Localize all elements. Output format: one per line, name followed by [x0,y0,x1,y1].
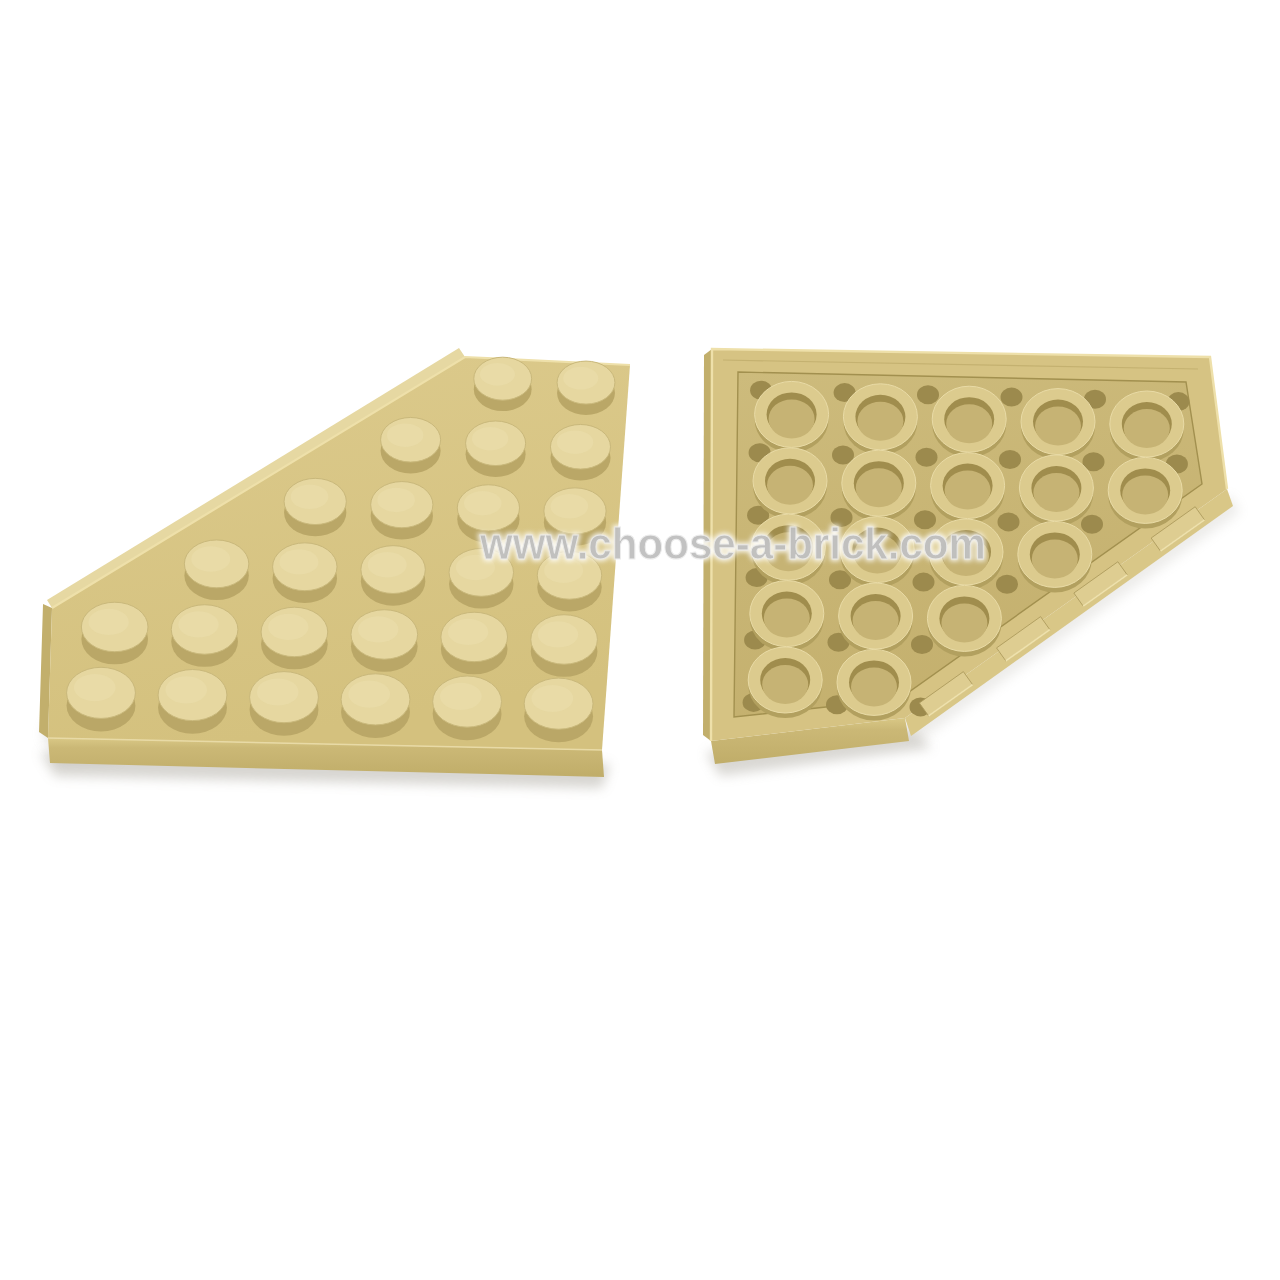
small-hole [917,385,939,404]
stud [184,540,248,600]
tube-hole-floor [851,667,897,706]
tube [932,386,1006,457]
stud-highlight [440,683,482,710]
stud [81,602,148,664]
stud [158,670,227,734]
stud [273,543,337,603]
tube-hole-floor [1122,475,1168,514]
stud-highlight [268,614,308,640]
stud [441,612,508,674]
tube-hole-floor [1035,407,1081,446]
tube-hole-floor [769,399,815,438]
tube-hole-floor [1033,473,1079,512]
stud [341,674,410,738]
tube-hole-floor [1124,409,1170,448]
stud [361,546,425,606]
tube-hole-floor [856,468,902,507]
stud-highlight [279,549,318,574]
tube-hole-floor [941,603,987,642]
stud [531,615,598,677]
stud-highlight [74,674,116,701]
stud-highlight [538,621,578,647]
stud-highlight [472,427,508,451]
small-hole [916,448,938,467]
stud [550,424,610,480]
lego-plates-scene: www.choose-a-brick.com www.choose-a-bric… [0,0,1280,1280]
tube [931,453,1005,524]
stud [351,610,418,672]
small-hole [913,573,935,592]
small-hole [911,635,933,654]
stud [557,361,615,415]
stud [474,357,532,411]
small-hole [1081,515,1103,534]
stud-highlight [291,484,329,509]
tube [1018,521,1092,592]
stud [284,478,346,536]
stud [171,605,238,667]
tube-hole-floor [945,471,991,510]
small-hole [1001,388,1023,407]
small-hole [996,575,1018,594]
stud [261,607,328,669]
stud-highlight [448,619,488,645]
stud [524,678,593,742]
stud-highlight [557,430,593,454]
tube [842,450,916,521]
watermark: www.choose-a-brick.com www.choose-a-bric… [479,518,986,569]
tube-hole-floor [1032,539,1078,578]
tube-hole-floor [853,601,899,640]
tube [839,583,913,654]
tube [750,581,824,652]
tube-hole-floor [762,665,808,704]
watermark-text: www.choose-a-brick.com [479,518,986,569]
stud-highlight [348,681,390,708]
stud [67,667,136,731]
stud [433,676,502,740]
stud-highlight [358,616,398,642]
small-hole [998,512,1020,531]
product-photo: www.choose-a-brick.com www.choose-a-bric… [0,0,1280,1280]
tube [837,649,911,720]
stud-highlight [550,494,588,519]
tube [753,448,827,519]
tube [843,384,917,455]
stud-highlight [480,363,515,386]
tube-hole-floor [764,599,810,638]
stud-highlight [191,546,230,571]
tube-hole-floor [946,404,992,443]
stud-highlight [377,488,415,513]
tube-hole-floor [857,402,903,441]
stud [381,417,441,473]
stud-highlight [387,423,423,447]
tube [755,381,829,452]
stud-highlight [563,367,598,390]
stud [371,482,433,540]
tube [1021,389,1095,460]
stud-highlight [178,611,218,637]
tube [1108,457,1182,528]
stud [466,421,526,477]
small-hole [999,450,1021,469]
stud-highlight [165,676,207,703]
stud-highlight [531,685,573,712]
tube-hole-floor [767,466,813,505]
tube [748,647,822,718]
stud-highlight [368,552,407,577]
tube [1019,455,1093,526]
tube [1110,391,1184,462]
tube [927,585,1001,656]
stud-highlight [257,678,299,705]
stud-highlight [88,609,128,635]
stud-highlight [464,491,502,516]
stud [250,672,319,736]
